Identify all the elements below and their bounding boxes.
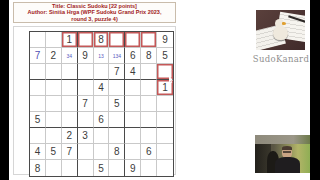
cell-r9c5[interactable]: 5 [94, 160, 110, 176]
given-digit: 5 [51, 146, 57, 157]
given-digit: 4 [130, 66, 136, 77]
cell-r9c4[interactable] [78, 160, 94, 176]
given-digit: 3 [82, 130, 88, 141]
cell-r6c6[interactable] [109, 112, 125, 128]
cell-r8c9[interactable] [157, 144, 173, 160]
duck-beak-icon [282, 22, 286, 25]
cell-r9c7[interactable]: 9 [125, 160, 141, 176]
cell-r3c9[interactable] [157, 64, 173, 80]
cell-r9c2[interactable] [46, 160, 62, 176]
given-digit: 4 [98, 82, 104, 93]
cell-r8c7[interactable] [125, 144, 141, 160]
solver-digit: 7 [35, 50, 41, 61]
cell-r3c7[interactable]: 4 [125, 64, 141, 80]
given-digit: 1 [66, 34, 72, 45]
puzzle-panel: 1897234913134685744175562345786859 [13, 26, 176, 175]
cell-r1c6[interactable] [109, 32, 125, 48]
cell-r4c1[interactable] [30, 80, 46, 96]
presenter-glasses [283, 151, 291, 153]
cell-r8c2[interactable]: 5 [46, 144, 62, 160]
cell-r4c8[interactable] [141, 80, 157, 96]
cell-r5c8[interactable] [141, 96, 157, 112]
cell-r7c9[interactable] [157, 128, 173, 144]
cell-r9c1[interactable]: 8 [30, 160, 46, 176]
cell-r1c2[interactable] [46, 32, 62, 48]
cell-r3c2[interactable] [46, 64, 62, 80]
cell-r6c9[interactable] [157, 112, 173, 128]
cell-r8c5[interactable] [94, 144, 110, 160]
cell-r4c4[interactable] [78, 80, 94, 96]
cell-r9c6[interactable] [109, 160, 125, 176]
cell-r4c3[interactable] [62, 80, 78, 96]
cell-r7c2[interactable] [46, 128, 62, 144]
pencilmarks: 134 [113, 53, 121, 59]
cell-r1c5[interactable]: 8 [94, 32, 110, 48]
cell-r7c3[interactable]: 2 [62, 128, 78, 144]
cell-r1c8[interactable] [141, 32, 157, 48]
cell-r1c9[interactable]: 9 [157, 32, 173, 48]
cell-r8c6[interactable]: 8 [109, 144, 125, 160]
cell-r3c5[interactable] [94, 64, 110, 80]
given-digit: 8 [114, 146, 120, 157]
given-digit: 5 [98, 163, 104, 174]
pencilmarks: 34 [66, 53, 72, 59]
channel-name: SudoKanard [248, 54, 314, 64]
puzzle-author-cont: round 3, puzzle 4) [71, 16, 117, 22]
cell-r7c5[interactable] [94, 128, 110, 144]
cell-r7c4[interactable]: 3 [78, 128, 94, 144]
cell-r3c1[interactable] [30, 64, 46, 80]
cell-r2c8[interactable]: 8 [141, 48, 157, 64]
cell-r7c1[interactable] [30, 128, 46, 144]
cell-r5c6[interactable]: 5 [109, 96, 125, 112]
cell-r3c3[interactable] [62, 64, 78, 80]
cell-r4c6[interactable] [109, 80, 125, 96]
given-digit: 9 [82, 50, 88, 61]
cell-r5c4[interactable]: 7 [78, 96, 94, 112]
presenter-hair [282, 146, 292, 150]
given-digit: 2 [51, 50, 57, 61]
cell-r8c1[interactable]: 4 [30, 144, 46, 160]
cell-r8c3[interactable]: 7 [62, 144, 78, 160]
pencilmarks: 13 [98, 53, 104, 59]
given-digit: 5 [162, 50, 168, 61]
cell-r2c6[interactable]: 134 [109, 48, 125, 64]
given-digit: 7 [114, 66, 120, 77]
cell-r4c7[interactable] [125, 80, 141, 96]
cell-r4c9[interactable]: 1 [157, 80, 173, 96]
given-digit: 5 [114, 98, 120, 109]
left-letterbox-bar [0, 0, 9, 180]
given-digit: 6 [98, 114, 104, 125]
cell-r2c7[interactable]: 6 [125, 48, 141, 64]
cell-r5c1[interactable] [30, 96, 46, 112]
cell-r6c7[interactable] [125, 112, 141, 128]
given-digit: 7 [82, 98, 88, 109]
puzzle-title-panel: Title: Classic Sudoku [22 points] Author… [13, 2, 176, 23]
cell-r6c8[interactable] [141, 112, 157, 128]
cell-r2c1[interactable]: 7 [30, 48, 46, 64]
cell-r1c4[interactable] [78, 32, 94, 48]
cell-r3c4[interactable] [78, 64, 94, 80]
cell-r7c7[interactable] [125, 128, 141, 144]
cell-r1c7[interactable] [125, 32, 141, 48]
given-digit: 9 [162, 34, 168, 45]
cell-r1c3[interactable]: 1 [62, 32, 78, 48]
given-digit: 2 [66, 130, 72, 141]
presenter-torso [275, 157, 300, 173]
given-digit: 6 [146, 146, 152, 157]
cell-r3c6[interactable]: 7 [109, 64, 125, 80]
cell-r9c9[interactable] [157, 160, 173, 176]
cell-r5c7[interactable] [125, 96, 141, 112]
given-digit: 8 [35, 163, 41, 174]
given-digit: 1 [162, 82, 168, 93]
cell-r6c5[interactable]: 6 [94, 112, 110, 128]
cell-r5c9[interactable] [157, 96, 173, 112]
given-digit: 4 [35, 146, 41, 157]
cell-r2c3[interactable]: 34 [62, 48, 78, 64]
cell-r8c8[interactable]: 6 [141, 144, 157, 160]
cell-r4c5[interactable]: 4 [94, 80, 110, 96]
duck-figurine-icon [273, 26, 288, 40]
given-digit: 6 [130, 50, 136, 61]
video-frame: Title: Classic Sudoku [22 points] Author… [0, 0, 320, 180]
cell-r6c4[interactable] [78, 112, 94, 128]
cell-r2c2[interactable]: 2 [46, 48, 62, 64]
cell-r5c5[interactable] [94, 96, 110, 112]
cell-r6c3[interactable] [62, 112, 78, 128]
cell-r7c8[interactable] [141, 128, 157, 144]
given-digit: 8 [146, 50, 152, 61]
cell-r4c2[interactable] [46, 80, 62, 96]
right-letterbox-bar [310, 0, 320, 180]
cell-r5c2[interactable] [46, 96, 62, 112]
cell-r1c1[interactable] [30, 32, 46, 48]
cell-r6c1[interactable]: 5 [30, 112, 46, 128]
given-digit: 5 [35, 114, 41, 125]
webcam-view [255, 135, 310, 173]
cell-r7c6[interactable] [109, 128, 125, 144]
given-digit: 9 [130, 163, 136, 174]
sudoku-grid[interactable]: 1897234913134685744175562345786859 [29, 31, 174, 177]
cell-r3c8[interactable] [141, 64, 157, 80]
cell-r2c5[interactable]: 13 [94, 48, 110, 64]
cell-r2c9[interactable]: 5 [157, 48, 173, 64]
cell-r8c4[interactable] [78, 144, 94, 160]
cell-r9c3[interactable] [62, 160, 78, 176]
cell-r2c4[interactable]: 9 [78, 48, 94, 64]
channel-logo-photo [256, 10, 305, 50]
given-digit: 7 [66, 146, 72, 157]
cell-r6c2[interactable] [46, 112, 62, 128]
given-digit: 8 [98, 34, 104, 45]
webcam-ceiling [255, 135, 310, 144]
cell-r5c3[interactable] [62, 96, 78, 112]
cell-r9c8[interactable] [141, 160, 157, 176]
